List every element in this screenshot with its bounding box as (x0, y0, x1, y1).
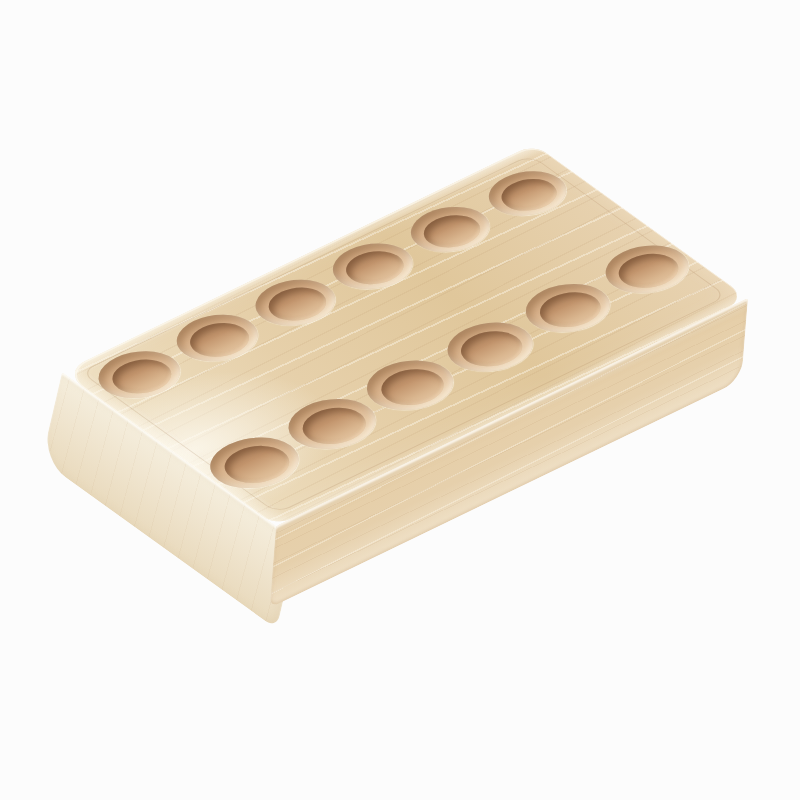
product-photo-scene (0, 0, 800, 800)
pit-bore (449, 324, 535, 374)
pit-back-2[interactable] (160, 305, 273, 371)
pit-bore (212, 439, 301, 491)
pit-bore (528, 285, 612, 334)
pit-back-3[interactable] (239, 270, 350, 335)
pit-bore (413, 208, 492, 254)
pit-bore (369, 362, 456, 412)
pit-bore (607, 247, 690, 295)
pit-back-1[interactable] (83, 342, 197, 408)
pit-back-6[interactable] (473, 162, 581, 225)
pit-bore (257, 281, 337, 327)
pit-bore (335, 244, 415, 290)
pit-back-5[interactable] (395, 198, 504, 262)
pit-bore (101, 353, 183, 401)
pit-front-6[interactable] (589, 236, 704, 303)
pit-bore (290, 400, 377, 451)
pit-bore (179, 316, 260, 363)
pit-back-4[interactable] (317, 234, 428, 299)
pit-bore (491, 172, 568, 217)
